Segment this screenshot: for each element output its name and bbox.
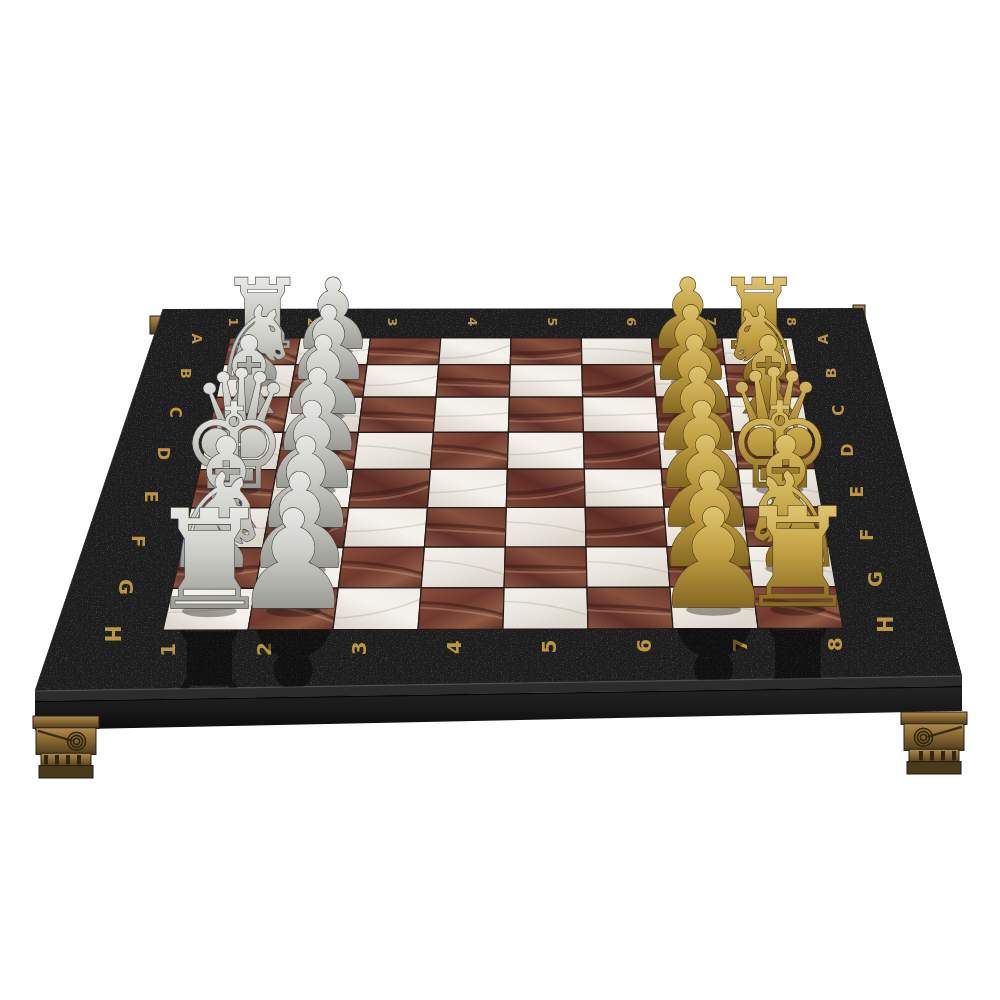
coord-left-F: F [128,535,149,547]
board-leg-front-left [33,716,99,778]
coord-right-H: H [874,616,898,633]
square-D5 [507,432,584,469]
coord-back-6: 6 [624,317,639,326]
square-E4 [428,469,508,508]
chess-board-scene: AABBCCDDEEFFGGHH1122334455667788♜♟♟♜♜♟♟♜… [0,0,1000,1000]
coord-front-5: 5 [537,640,561,654]
coord-left-H: H [100,625,124,642]
coord-front-6: 6 [632,639,656,653]
square-C4 [433,397,509,432]
coord-right-A: A [816,333,831,344]
coord-front-4: 4 [442,640,466,654]
chess-set-product-photo: chess [0,0,1000,1000]
square-F5 [505,507,586,547]
piece-gold-rook-H8[interactable]: ♜ [736,479,859,638]
square-A6 [581,338,653,365]
red-marble-highlight-vein [505,571,587,572]
coord-left-G: G [114,579,137,595]
coord-right-G: G [864,571,887,587]
red-marble-vein [505,566,587,568]
coord-front-3: 3 [347,641,371,655]
coord-back-4: 4 [465,317,480,326]
coord-back-3: 3 [385,317,400,326]
piece-silver-pawn-H2[interactable]: ♟ [232,481,355,640]
square-E5 [506,469,585,508]
board-leg-front-right [901,712,967,774]
square-A4 [439,338,511,365]
square-G4 [421,547,505,588]
coord-back-5: 5 [545,317,560,326]
square-H5 [503,587,588,629]
